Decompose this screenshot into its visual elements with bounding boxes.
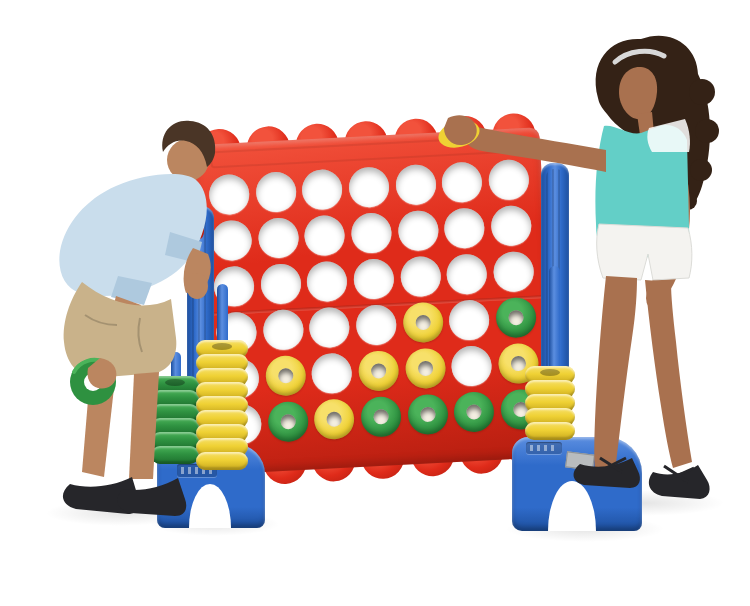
girl-face (619, 67, 657, 119)
cell-r4-c7[interactable] (491, 293, 540, 341)
girl-far-arm (649, 160, 690, 299)
empty-slot (488, 159, 530, 201)
girl-top (595, 125, 689, 258)
yellow-ring (402, 302, 444, 344)
boy-held-green-ring-hole (84, 373, 102, 391)
cell-r5-c3[interactable] (308, 349, 357, 397)
right-stand-base (512, 437, 642, 531)
cell-r1-c5[interactable] (391, 161, 440, 209)
empty-slot (311, 352, 353, 394)
cell-r1-c3[interactable] (298, 165, 347, 213)
cell-r2-c1[interactable] (207, 216, 256, 264)
green-ring (453, 391, 495, 433)
girl-hair (596, 36, 710, 214)
girl-lace-yoke (647, 119, 690, 152)
girl-neck (637, 112, 654, 135)
green-ring (407, 393, 449, 435)
right-yellow-ring-stack (525, 366, 575, 436)
empty-slot (446, 253, 488, 295)
cell-r2-c4[interactable] (347, 209, 396, 257)
cell-r1-c2[interactable] (252, 168, 301, 216)
boy-shirt (59, 174, 206, 296)
boy-forearm-2 (100, 296, 141, 370)
metal-plate-sticker (565, 451, 595, 470)
cell-r2-c5[interactable] (393, 206, 442, 254)
green-ring (360, 396, 402, 438)
cell-r5-c4[interactable] (354, 347, 403, 395)
right-yellow-peg (549, 266, 560, 370)
empty-slot (451, 345, 493, 387)
boy-shorts (64, 282, 177, 378)
left-post-handle-hole (195, 224, 204, 239)
empty-slot (257, 217, 299, 259)
cell-r4-c6[interactable] (445, 296, 494, 344)
cell-r2-c3[interactable] (300, 211, 349, 259)
girl-hair-curl (689, 79, 715, 105)
green-tray-ring[interactable] (151, 446, 199, 464)
boy-ring-shading (74, 360, 104, 372)
cell-r5-c6[interactable] (447, 342, 496, 390)
boy-shorts-seams (85, 315, 142, 352)
boy-lower-sleeve (111, 276, 152, 305)
cell-r1-c4[interactable] (345, 163, 394, 211)
empty-slot (399, 256, 441, 298)
boy-back-leg (82, 376, 115, 477)
empty-slot (443, 207, 485, 249)
empty-slot (211, 219, 253, 261)
cell-r6-c5[interactable] (403, 390, 452, 438)
girl-shorts (597, 224, 692, 280)
yellow-tray-ring[interactable] (525, 422, 575, 440)
cell-r1-c6[interactable] (438, 158, 487, 206)
cell-r6-c6[interactable] (450, 388, 499, 436)
yellow-ring (265, 355, 307, 397)
yellow-ring (314, 398, 356, 440)
empty-slot (353, 258, 395, 300)
empty-slot (448, 299, 490, 341)
yellow-ring (358, 350, 400, 392)
empty-slot (304, 215, 346, 257)
empty-slot (350, 212, 392, 254)
cell-r6-c4[interactable] (357, 393, 406, 441)
empty-slot (260, 263, 302, 305)
girl-leg (645, 280, 692, 468)
girl-headband (615, 51, 664, 62)
girl-hair-curl (695, 119, 719, 143)
empty-slot (302, 169, 344, 211)
girl-hair-curl (690, 159, 712, 181)
empty-slot (397, 210, 439, 252)
empty-slot (395, 164, 437, 206)
left-green-ring-stack (151, 376, 199, 460)
green-ring (495, 297, 537, 339)
yellow-tray-ring[interactable] (196, 452, 248, 470)
cell-r5-c2[interactable] (261, 352, 310, 400)
cell-r2-c6[interactable] (440, 204, 489, 252)
empty-slot (441, 161, 483, 203)
empty-slot (492, 251, 534, 293)
empty-slot (262, 309, 304, 351)
empty-slot (355, 304, 397, 346)
right-base-logo-plate (526, 442, 562, 454)
cell-r4-c3[interactable] (305, 303, 354, 351)
cell-r3-c3[interactable] (303, 257, 352, 305)
girl-hair-curl (679, 192, 697, 210)
empty-slot (208, 173, 250, 215)
boy-hand-on-ring (87, 358, 116, 389)
base-arch-cutout (548, 481, 596, 531)
cell-r1-c7[interactable] (484, 156, 533, 204)
cell-r6-c2[interactable] (264, 398, 313, 446)
cell-r4-c4[interactable] (352, 301, 401, 349)
girl-far-hand (646, 286, 664, 310)
board-grid (205, 156, 545, 449)
yellow-ring (404, 347, 446, 389)
connect-four-board (194, 127, 557, 475)
cell-r3-c5[interactable] (396, 252, 445, 300)
empty-slot (255, 171, 297, 213)
cell-r3-c7[interactable] (489, 248, 538, 296)
cell-r3-c2[interactable] (256, 260, 305, 308)
cell-r4-c5[interactable] (398, 298, 447, 346)
cell-r2-c7[interactable] (486, 202, 535, 250)
left-yellow-ring-stack (196, 340, 248, 466)
empty-slot (306, 260, 348, 302)
cell-r3-c6[interactable] (442, 250, 491, 298)
empty-slot (348, 166, 390, 208)
cell-r6-c3[interactable] (310, 395, 359, 443)
base-arch-cutout (189, 484, 231, 528)
cell-r4-c2[interactable] (259, 306, 308, 354)
cell-r2-c2[interactable] (254, 214, 303, 262)
boy-held-green-ring[interactable] (70, 359, 116, 405)
green-ring (267, 401, 309, 443)
scene (0, 0, 750, 606)
cell-r5-c5[interactable] (401, 344, 450, 392)
empty-slot (309, 306, 351, 348)
cell-r3-c4[interactable] (349, 255, 398, 303)
empty-slot (490, 205, 532, 247)
